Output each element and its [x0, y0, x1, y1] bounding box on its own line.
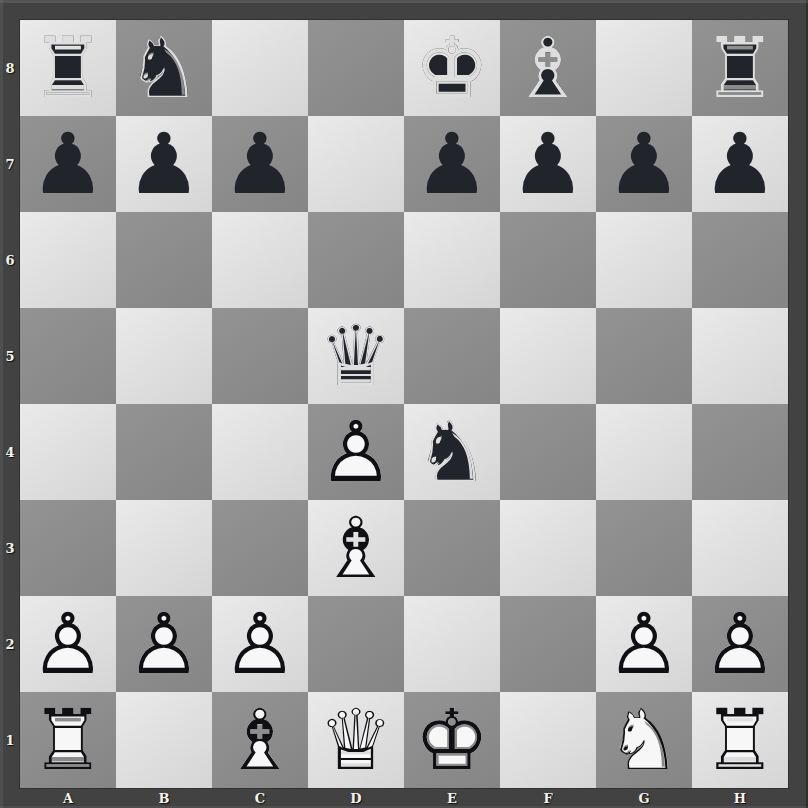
file-coordinates: ABCDEFGH — [20, 788, 788, 808]
file-label-b: B — [116, 788, 212, 808]
square-e7[interactable] — [404, 116, 500, 212]
black-pawn-f7[interactable] — [500, 116, 596, 212]
square-b3[interactable] — [116, 500, 212, 596]
square-g5[interactable] — [596, 308, 692, 404]
square-e4[interactable] — [404, 404, 500, 500]
file-label-e: E — [404, 788, 500, 808]
square-b8[interactable] — [116, 20, 212, 116]
black-knight-e4[interactable] — [404, 404, 500, 500]
file-label-g: G — [596, 788, 692, 808]
square-h3[interactable] — [692, 500, 788, 596]
square-h6[interactable] — [692, 212, 788, 308]
square-e3[interactable] — [404, 500, 500, 596]
black-pawn-a7[interactable] — [20, 116, 116, 212]
square-c7[interactable] — [212, 116, 308, 212]
square-g7[interactable] — [596, 116, 692, 212]
square-b2[interactable] — [116, 596, 212, 692]
white-pawn-b2[interactable] — [116, 596, 212, 692]
white-pawn-h2[interactable] — [692, 596, 788, 692]
square-b1[interactable] — [116, 692, 212, 788]
rank-label-5: 5 — [0, 308, 20, 404]
square-d1[interactable] — [308, 692, 404, 788]
square-e1[interactable] — [404, 692, 500, 788]
black-pawn-h7[interactable] — [692, 116, 788, 212]
square-d5[interactable] — [308, 308, 404, 404]
white-knight-g1[interactable] — [596, 692, 692, 788]
square-c1[interactable] — [212, 692, 308, 788]
square-h1[interactable] — [692, 692, 788, 788]
square-e5[interactable] — [404, 308, 500, 404]
square-a6[interactable] — [20, 212, 116, 308]
square-a8[interactable] — [20, 20, 116, 116]
square-f8[interactable] — [500, 20, 596, 116]
square-h5[interactable] — [692, 308, 788, 404]
square-a7[interactable] — [20, 116, 116, 212]
square-b5[interactable] — [116, 308, 212, 404]
rank-label-2: 2 — [0, 596, 20, 692]
square-h2[interactable] — [692, 596, 788, 692]
file-label-d: D — [308, 788, 404, 808]
square-f2[interactable] — [500, 596, 596, 692]
square-f5[interactable] — [500, 308, 596, 404]
rank-label-1: 1 — [0, 692, 20, 788]
square-g3[interactable] — [596, 500, 692, 596]
square-d7[interactable] — [308, 116, 404, 212]
square-a1[interactable] — [20, 692, 116, 788]
square-f3[interactable] — [500, 500, 596, 596]
black-pawn-c7[interactable] — [212, 116, 308, 212]
rank-label-8: 8 — [0, 20, 20, 116]
square-g8[interactable] — [596, 20, 692, 116]
square-a4[interactable] — [20, 404, 116, 500]
white-pawn-c2[interactable] — [212, 596, 308, 692]
white-rook-a1[interactable] — [20, 692, 116, 788]
black-king-e8[interactable] — [404, 20, 500, 116]
square-h7[interactable] — [692, 116, 788, 212]
square-c3[interactable] — [212, 500, 308, 596]
white-bishop-d3[interactable] — [308, 500, 404, 596]
rank-coordinates: 87654321 — [0, 20, 20, 788]
rank-label-6: 6 — [0, 212, 20, 308]
square-c8[interactable] — [212, 20, 308, 116]
black-pawn-e7[interactable] — [404, 116, 500, 212]
chess-board — [20, 20, 788, 788]
square-c4[interactable] — [212, 404, 308, 500]
white-bishop-c1[interactable] — [212, 692, 308, 788]
rank-label-3: 3 — [0, 500, 20, 596]
square-d2[interactable] — [308, 596, 404, 692]
white-pawn-g2[interactable] — [596, 596, 692, 692]
white-rook-h1[interactable] — [692, 692, 788, 788]
square-g1[interactable] — [596, 692, 692, 788]
file-label-h: H — [692, 788, 788, 808]
square-c5[interactable] — [212, 308, 308, 404]
square-b6[interactable] — [116, 212, 212, 308]
square-h4[interactable] — [692, 404, 788, 500]
square-d6[interactable] — [308, 212, 404, 308]
square-a3[interactable] — [20, 500, 116, 596]
white-pawn-d4[interactable] — [308, 404, 404, 500]
square-e2[interactable] — [404, 596, 500, 692]
white-king-e1[interactable] — [404, 692, 500, 788]
board-frame: 87654321 ABCDEFGH — [0, 0, 808, 808]
square-f7[interactable] — [500, 116, 596, 212]
white-pawn-a2[interactable] — [20, 596, 116, 692]
square-h8[interactable] — [692, 20, 788, 116]
black-knight-b8[interactable] — [116, 20, 212, 116]
black-rook-a8[interactable] — [20, 20, 116, 116]
square-g4[interactable] — [596, 404, 692, 500]
black-rook-h8[interactable] — [692, 20, 788, 116]
black-bishop-f8[interactable] — [500, 20, 596, 116]
file-label-a: A — [20, 788, 116, 808]
rank-label-4: 4 — [0, 404, 20, 500]
square-c6[interactable] — [212, 212, 308, 308]
rank-label-7: 7 — [0, 116, 20, 212]
black-pawn-b7[interactable] — [116, 116, 212, 212]
square-g2[interactable] — [596, 596, 692, 692]
square-a5[interactable] — [20, 308, 116, 404]
white-queen-d1[interactable] — [308, 692, 404, 788]
square-b7[interactable] — [116, 116, 212, 212]
square-f4[interactable] — [500, 404, 596, 500]
square-g6[interactable] — [596, 212, 692, 308]
square-c2[interactable] — [212, 596, 308, 692]
black-pawn-g7[interactable] — [596, 116, 692, 212]
square-f1[interactable] — [500, 692, 596, 788]
square-d3[interactable] — [308, 500, 404, 596]
square-d8[interactable] — [308, 20, 404, 116]
file-label-c: C — [212, 788, 308, 808]
square-f6[interactable] — [500, 212, 596, 308]
square-e6[interactable] — [404, 212, 500, 308]
square-a2[interactable] — [20, 596, 116, 692]
black-queen-d5[interactable] — [308, 308, 404, 404]
square-e8[interactable] — [404, 20, 500, 116]
file-label-f: F — [500, 788, 596, 808]
square-d4[interactable] — [308, 404, 404, 500]
square-b4[interactable] — [116, 404, 212, 500]
